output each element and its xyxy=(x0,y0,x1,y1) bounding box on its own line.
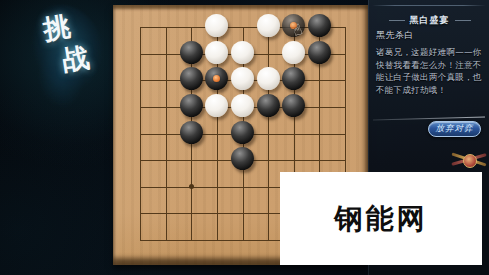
last-move-marker xyxy=(213,75,220,82)
black-stone xyxy=(308,14,331,37)
banner-char-2: 战 xyxy=(60,43,91,74)
panel-top-frame-line xyxy=(372,5,486,6)
watermark-text: 钢能网 xyxy=(335,200,428,238)
white-stone xyxy=(205,14,228,37)
puzzle-title: 黑白盛宴 xyxy=(410,14,450,27)
black-stone xyxy=(231,147,254,170)
title-right-rule xyxy=(455,20,471,21)
title-left-rule xyxy=(389,20,405,21)
panel-title-row: 黑白盛宴 xyxy=(369,14,489,27)
emblem-center-disc xyxy=(463,154,477,168)
black-stone xyxy=(282,94,305,117)
give-up-button[interactable]: 放弃对弈 xyxy=(428,121,481,137)
banner-char-1: 挑 xyxy=(41,12,72,43)
white-stone xyxy=(231,94,254,117)
npc-dialog-text: 诸葛兄，这题好难啊——你快替我看看怎么办！注意不能让白子做出两个真眼，也不能下成… xyxy=(376,46,484,96)
white-stone xyxy=(257,14,280,37)
crossed-swords-emblem xyxy=(449,147,489,173)
black-stone xyxy=(180,121,203,144)
hand-cursor-icon: ☝ xyxy=(291,20,305,40)
white-stone xyxy=(231,67,254,90)
pending-move-ghost-stone[interactable]: ☝ xyxy=(282,14,305,37)
white-stone xyxy=(205,41,228,64)
white-stone xyxy=(231,41,254,64)
black-stone xyxy=(257,94,280,117)
panel-divider xyxy=(373,116,485,120)
black-stone xyxy=(180,41,203,64)
game-screen: 挑 战 ☝ 黑白盛宴 黑先杀白 诸葛兄，这题好难啊——你快替我看看怎么办！注意不… xyxy=(0,0,489,275)
black-stone xyxy=(231,121,254,144)
black-stone xyxy=(205,67,228,90)
black-stone xyxy=(308,41,331,64)
black-stone xyxy=(180,67,203,90)
black-stone xyxy=(180,94,203,117)
watermark-box: 钢能网 xyxy=(280,172,482,265)
white-stone xyxy=(282,41,305,64)
white-stone xyxy=(257,67,280,90)
white-stone xyxy=(205,94,228,117)
challenge-banner: 挑 战 xyxy=(10,2,110,117)
black-stone xyxy=(282,67,305,90)
hoshi-point xyxy=(189,184,194,189)
puzzle-objective: 黑先杀白 xyxy=(376,29,414,42)
grid-line-vertical xyxy=(268,27,269,240)
